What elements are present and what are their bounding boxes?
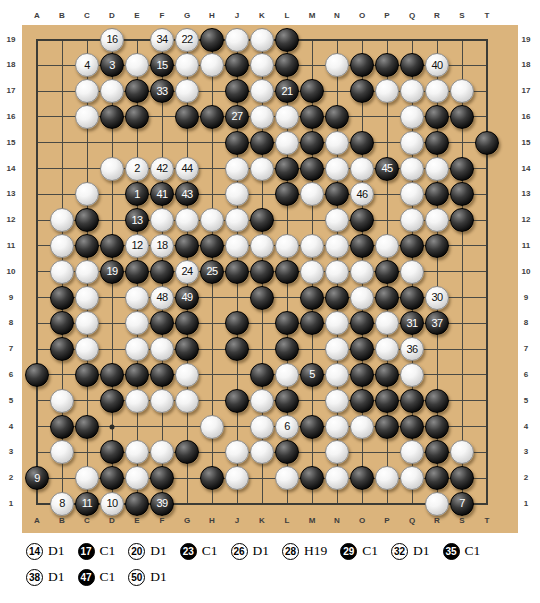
move-number: 11 [82, 498, 92, 509]
stone-white-F19[interactable]: 34 [150, 28, 174, 52]
stone-white-K3[interactable] [250, 440, 274, 464]
stone-black-Q18[interactable] [400, 53, 424, 77]
caption-entry-move-20: 20D1 [128, 543, 167, 560]
stone-black-L18[interactable] [275, 53, 299, 77]
stone-white-J14[interactable] [225, 157, 249, 181]
stone-white-B10[interactable] [50, 260, 74, 284]
coord-label-left-4: 4 [9, 423, 13, 431]
stone-black-P9[interactable] [375, 286, 399, 310]
stone-white-K11[interactable] [250, 234, 274, 258]
coord-label-top-N: N [334, 12, 340, 20]
stone-black-O2[interactable] [350, 466, 374, 490]
stone-black-O15[interactable] [350, 131, 374, 155]
stone-black-S14[interactable] [450, 157, 474, 181]
coord-label-right-8: 8 [524, 319, 528, 327]
coord-label-right-3: 3 [524, 448, 528, 456]
stone-white-J2[interactable] [225, 466, 249, 490]
stone-black-D16[interactable] [100, 105, 124, 129]
stone-black-L10[interactable] [275, 260, 299, 284]
move-number: 8 [59, 498, 65, 509]
stone-white-C10[interactable] [75, 260, 99, 284]
stone-white-Q6[interactable] [400, 363, 424, 387]
stone-white-G5[interactable] [175, 389, 199, 413]
caption-move-coordinate: C1 [100, 569, 116, 585]
stone-black-M4[interactable] [300, 415, 324, 439]
stone-white-Q2[interactable] [400, 466, 424, 490]
stone-black-C6[interactable] [75, 363, 99, 387]
stone-black-D18[interactable]: 3 [100, 53, 124, 77]
stone-black-Q5[interactable] [400, 389, 424, 413]
stone-white-C7[interactable] [75, 337, 99, 361]
stone-black-O8[interactable] [350, 311, 374, 335]
move-number: 3 [109, 60, 115, 71]
stone-black-K12[interactable] [250, 208, 274, 232]
stone-white-J13[interactable] [225, 182, 249, 206]
stone-black-Q8[interactable]: 31 [400, 311, 424, 335]
stone-black-R4[interactable] [425, 415, 449, 439]
stone-black-Q9[interactable] [400, 286, 424, 310]
stone-white-Q17[interactable] [400, 79, 424, 103]
stone-white-N3[interactable] [325, 440, 349, 464]
move-number: 16 [106, 34, 117, 45]
stone-black-L8[interactable] [275, 311, 299, 335]
stone-white-E18[interactable] [125, 53, 149, 77]
coord-label-left-3: 3 [9, 448, 13, 456]
stone-black-M15[interactable] [300, 131, 324, 155]
stone-white-F5[interactable] [150, 389, 174, 413]
coord-label-bottom-O: O [359, 517, 365, 525]
stone-white-G12[interactable] [175, 208, 199, 232]
stone-white-P7[interactable] [375, 337, 399, 361]
caption-move-coordinate: H19 [304, 543, 327, 559]
stone-white-Q3[interactable] [400, 440, 424, 464]
coord-label-bottom-N: N [334, 517, 340, 525]
stone-white-C17[interactable] [75, 79, 99, 103]
stone-white-C13[interactable] [75, 182, 99, 206]
stone-black-P14[interactable]: 45 [375, 157, 399, 181]
stone-white-B1[interactable]: 8 [50, 492, 74, 516]
caption-entry-move-26: 26D1 [231, 543, 270, 560]
stone-black-O5[interactable] [350, 389, 374, 413]
stone-black-J7[interactable] [225, 337, 249, 361]
stone-white-E2[interactable] [125, 466, 149, 490]
coord-label-left-12: 12 [7, 216, 16, 224]
stone-white-Q12[interactable] [400, 208, 424, 232]
stone-black-N13[interactable] [325, 182, 349, 206]
coord-label-top-Q: Q [409, 12, 415, 20]
stone-black-J5[interactable] [225, 389, 249, 413]
stone-black-K10[interactable] [250, 260, 274, 284]
move-number: 46 [356, 189, 367, 200]
stone-black-E6[interactable] [125, 363, 149, 387]
stone-black-M2[interactable] [300, 466, 324, 490]
coord-label-top-L: L [285, 12, 290, 20]
coord-label-right-1: 1 [524, 500, 528, 508]
stone-white-J12[interactable] [225, 208, 249, 232]
stone-white-L15[interactable] [275, 131, 299, 155]
stone-black-F1[interactable]: 39 [150, 492, 174, 516]
stone-white-N7[interactable] [325, 337, 349, 361]
stone-white-F7[interactable] [150, 337, 174, 361]
stone-white-J3[interactable] [225, 440, 249, 464]
stone-white-L2[interactable] [275, 466, 299, 490]
move-number: 24 [181, 266, 192, 277]
stone-black-P6[interactable] [375, 363, 399, 387]
caption-line: 14D117C120D123C126D128H1929C132D135C1 [26, 538, 526, 564]
caption-entry-move-50: 50D1 [128, 569, 167, 586]
stone-black-F8[interactable] [150, 311, 174, 335]
stone-white-E9[interactable] [125, 286, 149, 310]
stone-white-K19[interactable] [250, 28, 274, 52]
stone-black-K9[interactable] [250, 286, 274, 310]
stone-white-E3[interactable] [125, 440, 149, 464]
coord-label-left-6: 6 [9, 371, 13, 379]
stone-black-C11[interactable] [75, 234, 99, 258]
stone-black-N9[interactable] [325, 286, 349, 310]
stone-white-N8[interactable] [325, 311, 349, 335]
stone-black-G9[interactable]: 49 [175, 286, 199, 310]
stone-white-S3[interactable] [450, 440, 474, 464]
stone-white-M13[interactable] [300, 182, 324, 206]
stone-black-M8[interactable] [300, 311, 324, 335]
stone-black-D11[interactable] [100, 234, 124, 258]
stone-white-C8[interactable] [75, 311, 99, 335]
stone-black-H19[interactable] [200, 28, 224, 52]
stone-white-O14[interactable] [350, 157, 374, 181]
stone-black-E12[interactable]: 13 [125, 208, 149, 232]
stone-black-J18[interactable] [225, 53, 249, 77]
stone-white-N15[interactable] [325, 131, 349, 155]
coord-label-left-14: 14 [7, 165, 16, 173]
stone-black-O6[interactable] [350, 363, 374, 387]
stone-white-N10[interactable] [325, 260, 349, 284]
stone-black-B7[interactable] [50, 337, 74, 361]
stone-white-Q7[interactable]: 36 [400, 337, 424, 361]
stone-black-N16[interactable] [325, 105, 349, 129]
stone-white-H4[interactable] [200, 415, 224, 439]
caption-move-coordinate: D1 [48, 543, 65, 559]
stone-white-L6[interactable] [275, 363, 299, 387]
stone-white-G10[interactable]: 24 [175, 260, 199, 284]
stone-black-H16[interactable] [200, 105, 224, 129]
stone-black-B4[interactable] [50, 415, 74, 439]
stone-white-O13[interactable]: 46 [350, 182, 374, 206]
stone-white-B5[interactable] [50, 389, 74, 413]
move-number: 36 [406, 344, 417, 355]
stone-white-O10[interactable] [350, 260, 374, 284]
stone-black-T15[interactable] [475, 131, 499, 155]
stone-white-E8[interactable] [125, 311, 149, 335]
stone-white-R1[interactable] [425, 492, 449, 516]
stone-white-S17[interactable] [450, 79, 474, 103]
stone-white-R12[interactable] [425, 208, 449, 232]
stone-black-O18[interactable] [350, 53, 374, 77]
stone-black-H11[interactable] [200, 234, 224, 258]
stone-black-D5[interactable] [100, 389, 124, 413]
move-number: 21 [281, 86, 292, 97]
stone-white-B12[interactable] [50, 208, 74, 232]
stone-black-S1[interactable]: 7 [450, 492, 474, 516]
stone-black-G7[interactable] [175, 337, 199, 361]
stone-black-J8[interactable] [225, 311, 249, 335]
stone-white-N6[interactable] [325, 363, 349, 387]
stone-white-Q16[interactable] [400, 105, 424, 129]
move-number: 45 [381, 163, 392, 174]
coord-label-top-P: P [384, 12, 389, 20]
stone-black-L3[interactable] [275, 440, 299, 464]
stone-black-O11[interactable] [350, 234, 374, 258]
move-number: 42 [156, 163, 167, 174]
caption-move-coordinate: C1 [202, 543, 218, 559]
stone-white-Q13[interactable] [400, 182, 424, 206]
stone-white-P17[interactable] [375, 79, 399, 103]
stone-white-D19[interactable]: 16 [100, 28, 124, 52]
move-number: 2 [134, 163, 140, 174]
coord-label-right-7: 7 [524, 345, 528, 353]
stone-white-N5[interactable] [325, 389, 349, 413]
move-number: 37 [431, 318, 442, 329]
stone-black-R2[interactable] [425, 466, 449, 490]
stone-white-C2[interactable] [75, 466, 99, 490]
stone-white-G6[interactable] [175, 363, 199, 387]
stone-black-Q11[interactable] [400, 234, 424, 258]
stone-white-N2[interactable] [325, 466, 349, 490]
stone-white-G14[interactable]: 44 [175, 157, 199, 181]
stone-white-E5[interactable] [125, 389, 149, 413]
stone-black-F2[interactable] [150, 466, 174, 490]
stone-black-D10[interactable]: 19 [100, 260, 124, 284]
stone-white-H12[interactable] [200, 208, 224, 232]
stone-black-D2[interactable] [100, 466, 124, 490]
stone-white-O9[interactable] [350, 286, 374, 310]
stone-white-G19[interactable]: 22 [175, 28, 199, 52]
caption-move-circle-black: 29 [340, 543, 357, 560]
stone-black-S13[interactable] [450, 182, 474, 206]
stone-white-Q14[interactable] [400, 157, 424, 181]
stone-black-G3[interactable] [175, 440, 199, 464]
stone-white-E14[interactable]: 2 [125, 157, 149, 181]
stone-black-M17[interactable] [300, 79, 324, 103]
coord-label-top-C: C [84, 12, 90, 20]
caption-move-circle-white: 38 [26, 569, 43, 586]
stone-black-B9[interactable] [50, 286, 74, 310]
stone-black-F13[interactable]: 41 [150, 182, 174, 206]
stone-black-G8[interactable] [175, 311, 199, 335]
stone-white-K18[interactable] [250, 53, 274, 77]
stone-white-N11[interactable] [325, 234, 349, 258]
stone-white-L11[interactable] [275, 234, 299, 258]
stone-white-F3[interactable] [150, 440, 174, 464]
stone-black-A2[interactable]: 9 [25, 466, 49, 490]
stone-white-F14[interactable]: 42 [150, 157, 174, 181]
stone-white-B11[interactable] [50, 234, 74, 258]
stone-black-R11[interactable] [425, 234, 449, 258]
stone-black-O12[interactable] [350, 208, 374, 232]
stone-black-L7[interactable] [275, 337, 299, 361]
stone-white-P8[interactable] [375, 311, 399, 335]
move-number: 7 [459, 498, 465, 509]
stone-white-N12[interactable] [325, 208, 349, 232]
stone-white-E7[interactable] [125, 337, 149, 361]
coord-label-left-1: 1 [9, 500, 13, 508]
stone-black-P5[interactable] [375, 389, 399, 413]
stone-black-A6[interactable] [25, 363, 49, 387]
stone-white-M11[interactable] [300, 234, 324, 258]
stone-white-C18[interactable]: 4 [75, 53, 99, 77]
caption-move-circle-white: 26 [231, 543, 248, 560]
coord-label-bottom-A: A [34, 517, 40, 525]
move-number: 1 [134, 189, 140, 200]
stone-black-D3[interactable] [100, 440, 124, 464]
stone-white-K4[interactable] [250, 415, 274, 439]
stone-black-Q4[interactable] [400, 415, 424, 439]
stone-black-S2[interactable] [450, 466, 474, 490]
stone-white-J19[interactable] [225, 28, 249, 52]
stone-white-P11[interactable] [375, 234, 399, 258]
stone-black-F17[interactable]: 33 [150, 79, 174, 103]
stone-white-L16[interactable] [275, 105, 299, 129]
coord-label-top-H: H [209, 12, 215, 20]
stone-black-S12[interactable] [450, 208, 474, 232]
coord-label-left-5: 5 [9, 397, 13, 405]
caption-move-coordinate: D1 [150, 543, 167, 559]
stone-black-R13[interactable] [425, 182, 449, 206]
stone-white-Q15[interactable] [400, 131, 424, 155]
stone-white-B3[interactable] [50, 440, 74, 464]
stone-white-J11[interactable] [225, 234, 249, 258]
stone-white-N4[interactable] [325, 415, 349, 439]
coord-label-left-15: 15 [7, 139, 16, 147]
stone-black-R15[interactable] [425, 131, 449, 155]
stone-black-J17[interactable] [225, 79, 249, 103]
stone-white-R9[interactable]: 30 [425, 286, 449, 310]
move-number: 41 [156, 189, 167, 200]
coord-label-bottom-C: C [84, 517, 90, 525]
stone-black-L13[interactable] [275, 182, 299, 206]
stone-white-F11[interactable]: 18 [150, 234, 174, 258]
stone-black-E10[interactable] [125, 260, 149, 284]
stone-white-F9[interactable]: 48 [150, 286, 174, 310]
stone-black-G13[interactable]: 43 [175, 182, 199, 206]
stone-white-G17[interactable] [175, 79, 199, 103]
stone-white-R14[interactable] [425, 157, 449, 181]
stone-black-F6[interactable] [150, 363, 174, 387]
stone-black-G16[interactable] [175, 105, 199, 129]
stone-white-P2[interactable] [375, 466, 399, 490]
coord-label-left-11: 11 [7, 242, 15, 250]
coord-label-left-9: 9 [9, 294, 13, 302]
stone-black-J10[interactable] [225, 260, 249, 284]
coord-label-bottom-Q: Q [409, 517, 415, 525]
stone-black-S16[interactable] [450, 105, 474, 129]
stone-black-E16[interactable] [125, 105, 149, 129]
stone-black-R8[interactable]: 37 [425, 311, 449, 335]
stone-black-C1[interactable]: 11 [75, 492, 99, 516]
stone-black-P4[interactable] [375, 415, 399, 439]
stone-black-E1[interactable] [125, 492, 149, 516]
stone-white-F12[interactable] [150, 208, 174, 232]
stone-white-E11[interactable]: 12 [125, 234, 149, 258]
stone-black-M9[interactable] [300, 286, 324, 310]
stone-black-R5[interactable] [425, 389, 449, 413]
stone-black-C4[interactable] [75, 415, 99, 439]
stone-white-D1[interactable]: 10 [100, 492, 124, 516]
coord-label-top-D: D [109, 12, 115, 20]
stone-white-O4[interactable] [350, 415, 374, 439]
stone-white-N18[interactable] [325, 53, 349, 77]
move-number: 12 [131, 240, 142, 251]
stone-black-J15[interactable] [225, 131, 249, 155]
stone-black-L5[interactable] [275, 389, 299, 413]
stone-black-H2[interactable] [200, 466, 224, 490]
coord-label-right-12: 12 [522, 216, 531, 224]
stone-white-Q10[interactable] [400, 260, 424, 284]
stone-black-L14[interactable] [275, 157, 299, 181]
move-number: 30 [431, 292, 442, 303]
stone-white-K17[interactable] [250, 79, 274, 103]
stone-white-D17[interactable] [100, 79, 124, 103]
stone-black-K15[interactable] [250, 131, 274, 155]
caption-entry-move-28: 28H19 [282, 543, 327, 560]
caption-move-coordinate: C1 [100, 543, 116, 559]
stone-white-R18[interactable]: 40 [425, 53, 449, 77]
go-diagram: 14D117C120D123C126D128H1929C132D135C138D… [0, 0, 540, 603]
stone-white-M10[interactable] [300, 260, 324, 284]
stone-white-K14[interactable] [250, 157, 274, 181]
stone-black-G11[interactable] [175, 234, 199, 258]
stone-black-M16[interactable] [300, 105, 324, 129]
stone-black-L17[interactable]: 21 [275, 79, 299, 103]
coord-label-left-8: 8 [9, 319, 13, 327]
stone-black-K6[interactable] [250, 363, 274, 387]
stone-white-C9[interactable] [75, 286, 99, 310]
stone-black-E13[interactable]: 1 [125, 182, 149, 206]
move-number: 31 [406, 318, 417, 329]
stone-white-N14[interactable] [325, 157, 349, 181]
stone-black-H10[interactable]: 25 [200, 260, 224, 284]
stone-white-H18[interactable] [200, 53, 224, 77]
stone-black-P18[interactable] [375, 53, 399, 77]
caption-entry-move-29: 29C1 [340, 543, 378, 560]
stone-white-D14[interactable] [100, 157, 124, 181]
stone-black-B8[interactable] [50, 311, 74, 335]
coord-label-left-19: 19 [7, 36, 16, 44]
stone-black-C12[interactable] [75, 208, 99, 232]
stone-white-R17[interactable] [425, 79, 449, 103]
stone-black-P10[interactable] [375, 260, 399, 284]
stone-black-O7[interactable] [350, 337, 374, 361]
stone-black-O17[interactable] [350, 79, 374, 103]
stone-black-D6[interactable] [100, 363, 124, 387]
stone-white-K5[interactable] [250, 389, 274, 413]
stone-white-G18[interactable] [175, 53, 199, 77]
stone-white-L4[interactable]: 6 [275, 415, 299, 439]
stone-black-J16[interactable]: 27 [225, 105, 249, 129]
stone-black-M6[interactable]: 5 [300, 363, 324, 387]
stone-black-R16[interactable] [425, 105, 449, 129]
stone-black-F18[interactable]: 15 [150, 53, 174, 77]
move-number: 13 [131, 215, 142, 226]
coord-label-bottom-P: P [384, 517, 389, 525]
stone-black-E17[interactable] [125, 79, 149, 103]
stone-black-M14[interactable] [300, 157, 324, 181]
stone-white-K16[interactable] [250, 105, 274, 129]
stone-black-F10[interactable] [150, 260, 174, 284]
stone-black-R3[interactable] [425, 440, 449, 464]
stone-white-C16[interactable] [75, 105, 99, 129]
stone-black-L19[interactable] [275, 28, 299, 52]
caption-move-circle-white: 50 [128, 569, 145, 586]
